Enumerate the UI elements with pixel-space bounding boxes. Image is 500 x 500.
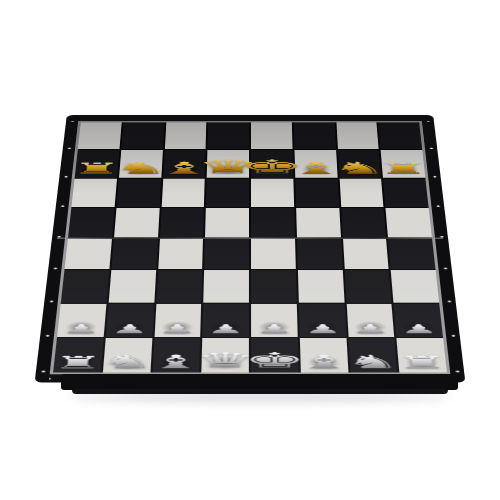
square: ♞ <box>348 338 397 373</box>
square <box>206 178 249 206</box>
silver-pawn: ♟ <box>57 303 106 336</box>
silver-pawn: ♟ <box>251 303 297 336</box>
silver-pawn-glyph: ♟ <box>303 323 341 335</box>
square <box>61 270 109 302</box>
silver-bishop-glyph: ♝ <box>148 353 204 371</box>
silver-pawn: ♟ <box>394 303 443 336</box>
square <box>298 270 344 302</box>
square <box>388 239 435 270</box>
square: ♟ <box>106 303 154 336</box>
square <box>251 122 292 148</box>
square <box>108 270 155 302</box>
silver-pawn: ♟ <box>346 303 394 336</box>
chess-board: ♜♞♝♛♚♝♞♜♟♟♟♟♟♟♟♟♜♞♝♛♚♝♞♜ <box>35 115 466 383</box>
square: ♜ <box>381 150 425 177</box>
square <box>251 239 296 270</box>
square: ♝ <box>300 338 348 373</box>
silver-bishop: ♝ <box>300 338 348 373</box>
silver-pawn-glyph: ♟ <box>61 323 100 335</box>
square: ♟ <box>251 303 297 336</box>
silver-pawn-glyph: ♟ <box>400 323 439 335</box>
board-front-edge <box>61 374 458 390</box>
silver-queen: ♛ <box>202 338 249 373</box>
silver-rook-glyph: ♜ <box>397 354 449 370</box>
square: ♟ <box>203 303 249 336</box>
silver-pawn-glyph: ♟ <box>207 323 245 335</box>
square <box>158 239 203 270</box>
square: ♚ <box>251 338 298 373</box>
square: ♟ <box>299 303 346 336</box>
square <box>343 239 389 270</box>
square <box>344 270 391 302</box>
square: ♜ <box>397 338 447 373</box>
square <box>111 239 157 270</box>
square <box>65 239 112 270</box>
square <box>251 178 294 206</box>
gold-knight-glyph: ♞ <box>332 160 388 176</box>
square <box>295 178 339 206</box>
gold-bishop: ♝ <box>163 150 206 177</box>
square <box>251 270 296 302</box>
square <box>116 178 161 206</box>
silver-king-glyph: ♚ <box>244 351 306 371</box>
square: ♟ <box>154 303 201 336</box>
square <box>160 208 205 238</box>
square <box>296 208 341 238</box>
silver-knight-glyph: ♞ <box>99 353 155 371</box>
square <box>164 122 206 148</box>
silver-pawn: ♟ <box>299 303 346 336</box>
square: ♛ <box>202 338 249 373</box>
silver-king: ♚ <box>251 338 298 373</box>
silver-rook: ♜ <box>397 338 447 373</box>
gold-king: ♚ <box>251 150 293 177</box>
silver-pawn-glyph: ♟ <box>351 323 390 335</box>
square <box>391 270 439 302</box>
square <box>71 178 116 206</box>
square <box>156 270 202 302</box>
silver-bishop: ♝ <box>152 338 200 373</box>
square: ♚ <box>251 150 293 177</box>
silver-pawn: ♟ <box>154 303 201 336</box>
board-grid: ♜♞♝♛♚♝♞♜♟♟♟♟♟♟♟♟♜♞♝♛♚♝♞♜ <box>53 122 447 372</box>
silver-knight: ♞ <box>103 338 152 373</box>
gold-bishop-glyph: ♝ <box>156 160 212 176</box>
square <box>203 270 248 302</box>
square <box>336 122 379 148</box>
gold-rook: ♜ <box>381 150 425 177</box>
silver-pawn-glyph: ♟ <box>255 323 293 335</box>
silver-bishop-glyph: ♝ <box>296 353 352 371</box>
board-shadow <box>70 392 450 402</box>
square <box>383 178 428 206</box>
square <box>114 208 159 238</box>
square: ♞ <box>338 150 382 177</box>
silver-rook: ♜ <box>53 338 103 373</box>
square <box>208 122 249 148</box>
silver-knight-glyph: ♞ <box>345 353 401 371</box>
square <box>339 178 384 206</box>
square: ♟ <box>57 303 106 336</box>
square <box>205 208 249 238</box>
square <box>204 239 249 270</box>
square <box>121 122 164 148</box>
board-mat: ♜♞♝♛♚♝♞♜♟♟♟♟♟♟♟♟♜♞♝♛♚♝♞♜ <box>50 121 451 374</box>
gold-knight: ♞ <box>338 150 382 177</box>
square <box>386 208 432 238</box>
square: ♝ <box>152 338 200 373</box>
square: ♜ <box>53 338 103 373</box>
silver-pawn-glyph: ♟ <box>158 323 196 335</box>
square <box>297 239 342 270</box>
silver-queen-glyph: ♛ <box>194 351 256 371</box>
square <box>161 178 205 206</box>
silver-pawn: ♟ <box>203 303 249 336</box>
square <box>251 208 295 238</box>
square <box>379 122 423 148</box>
product-photo: ♜♞♝♛♚♝♞♜♟♟♟♟♟♟♟♟♜♞♝♛♚♝♞♜ <box>0 0 500 500</box>
silver-rook-glyph: ♜ <box>52 354 104 370</box>
silver-pawn-glyph: ♟ <box>110 323 149 335</box>
square: ♟ <box>346 303 394 336</box>
silver-pawn: ♟ <box>106 303 154 336</box>
square <box>341 208 386 238</box>
square <box>68 208 114 238</box>
silver-knight: ♞ <box>348 338 397 373</box>
square: ♝ <box>163 150 206 177</box>
square: ♟ <box>394 303 443 336</box>
square <box>78 122 122 148</box>
square: ♞ <box>103 338 152 373</box>
square <box>293 122 335 148</box>
